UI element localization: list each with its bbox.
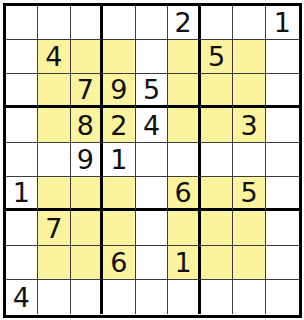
sudoku-page: 21457958243911657614 <box>0 0 304 320</box>
cell-r1c8-empty[interactable] <box>233 6 266 40</box>
cell-r5c3-given[interactable]: 9 <box>71 143 104 177</box>
cell-r9c9-empty[interactable] <box>266 280 299 314</box>
cell-r9c7-empty[interactable] <box>201 280 234 314</box>
cell-r9c1-given[interactable]: 4 <box>6 280 39 314</box>
cell-r8c4-given[interactable]: 6 <box>103 246 136 280</box>
cell-r5c2-empty[interactable] <box>38 143 71 177</box>
cell-r1c1-empty[interactable] <box>6 6 39 40</box>
cell-r7c5-empty[interactable] <box>136 211 169 245</box>
cell-r8c5-empty[interactable] <box>136 246 169 280</box>
cell-r8c7-empty[interactable] <box>201 246 234 280</box>
cell-r7c2-given[interactable]: 7 <box>38 211 71 245</box>
cell-r2c1-empty[interactable] <box>6 40 39 74</box>
cell-r4c1-empty[interactable] <box>6 108 39 142</box>
cell-r1c7-empty[interactable] <box>201 6 234 40</box>
cell-r2c2-given[interactable]: 4 <box>38 40 71 74</box>
cell-r9c5-empty[interactable] <box>136 280 169 314</box>
cell-r8c2-empty[interactable] <box>38 246 71 280</box>
cell-r2c7-given[interactable]: 5 <box>201 40 234 74</box>
cell-r8c8-empty[interactable] <box>233 246 266 280</box>
cell-r6c8-given[interactable]: 5 <box>233 177 266 211</box>
cell-r1c9-given[interactable]: 1 <box>266 6 299 40</box>
cell-r8c1-empty[interactable] <box>6 246 39 280</box>
cell-r7c3-empty[interactable] <box>71 211 104 245</box>
cell-r9c3-empty[interactable] <box>71 280 104 314</box>
cell-r1c5-empty[interactable] <box>136 6 169 40</box>
cell-r3c6-empty[interactable] <box>168 74 201 108</box>
cell-r7c8-empty[interactable] <box>233 211 266 245</box>
cell-r1c3-empty[interactable] <box>71 6 104 40</box>
cell-r4c2-empty[interactable] <box>38 108 71 142</box>
cell-r4c8-given[interactable]: 3 <box>233 108 266 142</box>
cell-r5c1-empty[interactable] <box>6 143 39 177</box>
cell-r7c4-empty[interactable] <box>103 211 136 245</box>
cell-r7c1-empty[interactable] <box>6 211 39 245</box>
cell-r6c5-empty[interactable] <box>136 177 169 211</box>
cell-r6c3-empty[interactable] <box>71 177 104 211</box>
cell-r3c4-given[interactable]: 9 <box>103 74 136 108</box>
cell-r2c9-empty[interactable] <box>266 40 299 74</box>
cell-r2c3-empty[interactable] <box>71 40 104 74</box>
cell-r7c9-empty[interactable] <box>266 211 299 245</box>
cell-r6c2-empty[interactable] <box>38 177 71 211</box>
cell-r4c5-given[interactable]: 4 <box>136 108 169 142</box>
cell-r2c4-empty[interactable] <box>103 40 136 74</box>
cell-r4c3-given[interactable]: 8 <box>71 108 104 142</box>
sudoku-grid: 21457958243911657614 <box>3 3 302 318</box>
cell-r5c5-empty[interactable] <box>136 143 169 177</box>
cell-r7c7-empty[interactable] <box>201 211 234 245</box>
cell-r4c9-empty[interactable] <box>266 108 299 142</box>
cell-r9c4-empty[interactable] <box>103 280 136 314</box>
cell-r4c6-empty[interactable] <box>168 108 201 142</box>
cell-r2c6-empty[interactable] <box>168 40 201 74</box>
cell-r3c1-empty[interactable] <box>6 74 39 108</box>
cell-r6c1-given[interactable]: 1 <box>6 177 39 211</box>
cell-r3c5-given[interactable]: 5 <box>136 74 169 108</box>
cell-r9c6-empty[interactable] <box>168 280 201 314</box>
cell-r6c7-empty[interactable] <box>201 177 234 211</box>
cell-r5c8-empty[interactable] <box>233 143 266 177</box>
cell-r1c2-empty[interactable] <box>38 6 71 40</box>
cell-r4c7-empty[interactable] <box>201 108 234 142</box>
cell-r1c4-empty[interactable] <box>103 6 136 40</box>
cell-r3c7-empty[interactable] <box>201 74 234 108</box>
cell-r3c2-empty[interactable] <box>38 74 71 108</box>
cell-r3c9-empty[interactable] <box>266 74 299 108</box>
cell-r3c3-given[interactable]: 7 <box>71 74 104 108</box>
cell-r6c9-empty[interactable] <box>266 177 299 211</box>
cell-r5c9-empty[interactable] <box>266 143 299 177</box>
cell-r6c4-empty[interactable] <box>103 177 136 211</box>
cell-r5c7-empty[interactable] <box>201 143 234 177</box>
cell-r8c3-empty[interactable] <box>71 246 104 280</box>
cell-r8c9-empty[interactable] <box>266 246 299 280</box>
cell-r5c6-empty[interactable] <box>168 143 201 177</box>
cell-r2c5-empty[interactable] <box>136 40 169 74</box>
cell-r3c8-empty[interactable] <box>233 74 266 108</box>
cell-r7c6-empty[interactable] <box>168 211 201 245</box>
cell-r6c6-given[interactable]: 6 <box>168 177 201 211</box>
cell-r1c6-given[interactable]: 2 <box>168 6 201 40</box>
cell-r8c6-given[interactable]: 1 <box>168 246 201 280</box>
cell-r9c8-empty[interactable] <box>233 280 266 314</box>
cell-r4c4-given[interactable]: 2 <box>103 108 136 142</box>
cell-r9c2-empty[interactable] <box>38 280 71 314</box>
cell-r2c8-empty[interactable] <box>233 40 266 74</box>
cell-r5c4-given[interactable]: 1 <box>103 143 136 177</box>
